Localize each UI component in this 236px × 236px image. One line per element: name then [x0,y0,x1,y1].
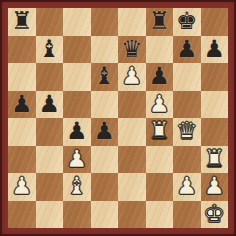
square-b8[interactable] [36,8,64,36]
piece-black-king[interactable]: ♚ [176,8,198,36]
square-g2[interactable]: ♟ [173,173,201,201]
square-g7[interactable]: ♟ [173,36,201,64]
square-h4[interactable] [201,118,229,146]
piece-white-bishop[interactable]: ♝ [66,173,88,201]
square-b4[interactable] [36,118,64,146]
square-d7[interactable] [91,36,119,64]
square-h7[interactable]: ♟ [201,36,229,64]
square-h5[interactable] [201,91,229,119]
square-f8[interactable]: ♜ [146,8,174,36]
square-a8[interactable]: ♜ [8,8,36,36]
piece-white-rook[interactable]: ♜ [148,118,170,146]
square-h2[interactable]: ♟ [201,173,229,201]
piece-white-queen[interactable]: ♛ [176,118,198,146]
square-a7[interactable] [8,36,36,64]
square-b5[interactable]: ♟ [36,91,64,119]
square-a3[interactable] [8,146,36,174]
square-f4[interactable]: ♜ [146,118,174,146]
square-h8[interactable] [201,8,229,36]
square-d6[interactable]: ♝ [91,63,119,91]
piece-white-pawn[interactable]: ♟ [203,173,225,201]
piece-black-rook[interactable]: ♜ [11,8,33,36]
square-c5[interactable] [63,91,91,119]
square-h1[interactable]: ♚ [201,201,229,229]
square-f1[interactable] [146,201,174,229]
square-g1[interactable] [173,201,201,229]
square-a4[interactable] [8,118,36,146]
square-f2[interactable] [146,173,174,201]
square-f5[interactable]: ♟ [146,91,174,119]
square-g8[interactable]: ♚ [173,8,201,36]
piece-black-rook[interactable]: ♜ [148,8,170,36]
square-a5[interactable]: ♟ [8,91,36,119]
square-d1[interactable] [91,201,119,229]
square-a1[interactable] [8,201,36,229]
square-b6[interactable] [36,63,64,91]
square-d2[interactable] [91,173,119,201]
piece-white-rook[interactable]: ♜ [203,146,225,174]
square-a2[interactable]: ♟ [8,173,36,201]
square-f3[interactable] [146,146,174,174]
piece-white-pawn[interactable]: ♟ [148,91,170,119]
square-g6[interactable] [173,63,201,91]
piece-white-pawn[interactable]: ♟ [176,173,198,201]
square-e5[interactable] [118,91,146,119]
piece-white-pawn[interactable]: ♟ [66,146,88,174]
square-b7[interactable]: ♝ [36,36,64,64]
square-c4[interactable]: ♟ [63,118,91,146]
square-c8[interactable] [63,8,91,36]
piece-black-bishop[interactable]: ♝ [38,36,60,64]
piece-black-pawn[interactable]: ♟ [93,118,115,146]
piece-black-pawn[interactable]: ♟ [203,36,225,64]
piece-black-pawn[interactable]: ♟ [11,91,33,119]
square-d8[interactable] [91,8,119,36]
square-b2[interactable] [36,173,64,201]
piece-black-queen[interactable]: ♛ [121,36,143,64]
piece-white-king[interactable]: ♚ [203,201,225,229]
square-g4[interactable]: ♛ [173,118,201,146]
square-f7[interactable] [146,36,174,64]
square-e3[interactable] [118,146,146,174]
chess-board: ♜♜♚♝♛♟♟♝♟♟♟♟♟♟♟♜♛♟♜♟♝♟♟♚ [8,8,228,228]
square-c7[interactable] [63,36,91,64]
square-c6[interactable] [63,63,91,91]
square-f6[interactable]: ♟ [146,63,174,91]
piece-white-pawn[interactable]: ♟ [11,173,33,201]
square-h6[interactable] [201,63,229,91]
square-g3[interactable] [173,146,201,174]
piece-black-pawn[interactable]: ♟ [176,36,198,64]
square-d4[interactable]: ♟ [91,118,119,146]
square-g5[interactable] [173,91,201,119]
square-e1[interactable] [118,201,146,229]
piece-black-pawn[interactable]: ♟ [148,63,170,91]
piece-white-pawn[interactable]: ♟ [121,63,143,91]
board-frame: ♜♜♚♝♛♟♟♝♟♟♟♟♟♟♟♜♛♟♜♟♝♟♟♚ [0,0,236,236]
piece-black-pawn[interactable]: ♟ [38,91,60,119]
piece-black-pawn[interactable]: ♟ [66,118,88,146]
square-b1[interactable] [36,201,64,229]
square-h3[interactable]: ♜ [201,146,229,174]
square-e7[interactable]: ♛ [118,36,146,64]
square-b3[interactable] [36,146,64,174]
square-a6[interactable] [8,63,36,91]
square-d5[interactable] [91,91,119,119]
square-c1[interactable] [63,201,91,229]
square-c2[interactable]: ♝ [63,173,91,201]
square-e4[interactable] [118,118,146,146]
square-e2[interactable] [118,173,146,201]
piece-black-bishop[interactable]: ♝ [93,63,115,91]
square-e8[interactable] [118,8,146,36]
square-c3[interactable]: ♟ [63,146,91,174]
square-d3[interactable] [91,146,119,174]
square-e6[interactable]: ♟ [118,63,146,91]
